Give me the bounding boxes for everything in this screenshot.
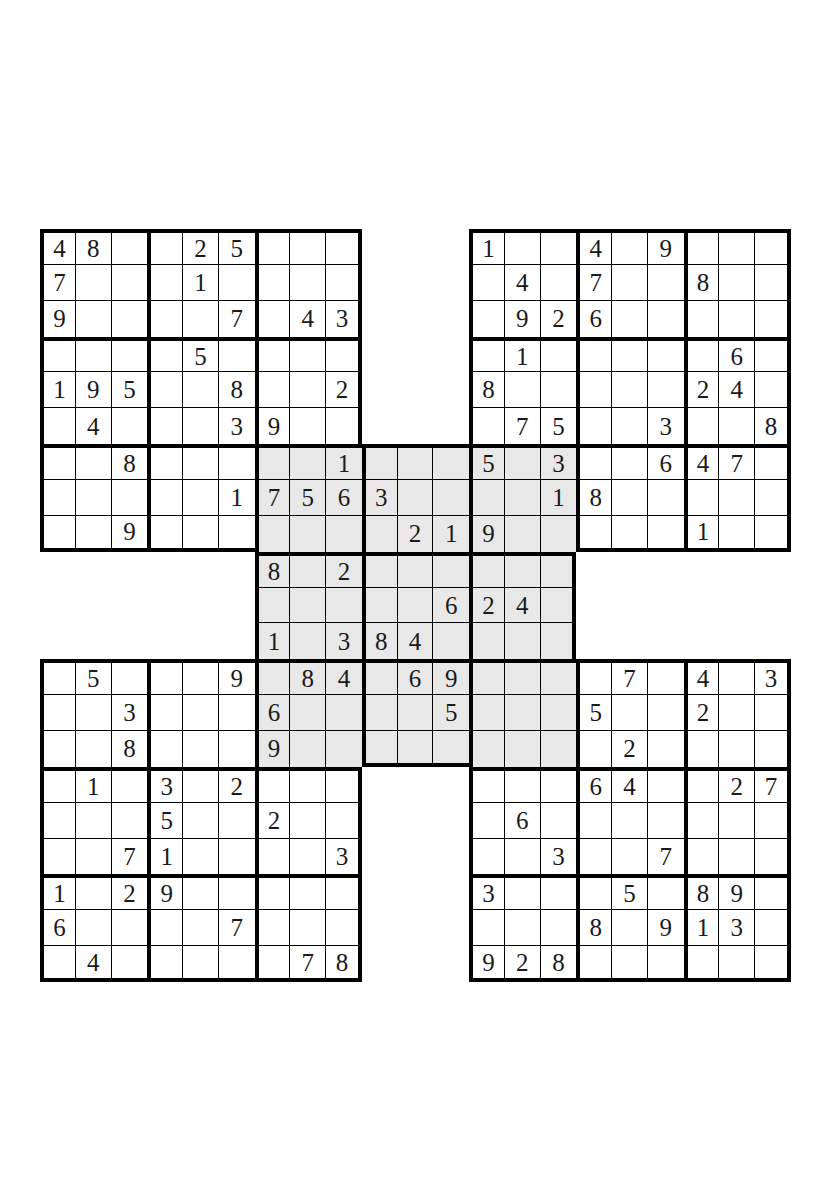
cell-r13c2[interactable]: 5	[76, 659, 112, 695]
cell-r4c2[interactable]	[76, 337, 112, 373]
cell-r6c21[interactable]: 8	[755, 408, 791, 444]
cell-r13c3[interactable]	[112, 659, 148, 695]
cell-r8c14[interactable]	[505, 480, 541, 516]
cell-r15c4[interactable]	[147, 731, 183, 767]
cell-r13c1[interactable]	[40, 659, 76, 695]
cell-r5c8[interactable]	[290, 372, 326, 408]
cell-r5c7[interactable]	[255, 372, 291, 408]
cell-r19c9[interactable]	[326, 874, 362, 910]
cell-r20c16[interactable]: 8	[576, 910, 612, 946]
cell-r17c19[interactable]	[684, 803, 720, 839]
cell-r19c16[interactable]	[576, 874, 612, 910]
cell-r4c16[interactable]	[576, 337, 612, 373]
cell-r21c21[interactable]	[755, 946, 791, 982]
cell-r1c15[interactable]	[541, 229, 577, 265]
cell-r9c14[interactable]	[505, 516, 541, 552]
cell-r15c11[interactable]	[398, 731, 434, 767]
cell-r18c6[interactable]	[219, 839, 255, 875]
cell-r1c18[interactable]: 9	[648, 229, 684, 265]
cell-r9c7[interactable]	[255, 516, 291, 552]
cell-r16c18[interactable]	[648, 767, 684, 803]
cell-r3c8[interactable]: 4	[290, 301, 326, 337]
cell-r2c2[interactable]	[76, 265, 112, 301]
cell-r19c19[interactable]: 8	[684, 874, 720, 910]
cell-r7c13[interactable]: 5	[469, 444, 505, 480]
cell-r11c15[interactable]	[541, 588, 577, 624]
cell-r7c3[interactable]: 8	[112, 444, 148, 480]
cell-r2c6[interactable]	[219, 265, 255, 301]
cell-r3c21[interactable]	[755, 301, 791, 337]
cell-r10c8[interactable]	[290, 552, 326, 588]
cell-r17c6[interactable]	[219, 803, 255, 839]
cell-r13c14[interactable]	[505, 659, 541, 695]
cell-r15c20[interactable]	[719, 731, 755, 767]
cell-r16c15[interactable]	[541, 767, 577, 803]
cell-r19c20[interactable]: 9	[719, 874, 755, 910]
cell-r11c10[interactable]	[362, 588, 398, 624]
cell-r14c21[interactable]	[755, 695, 791, 731]
cell-r14c19[interactable]: 2	[684, 695, 720, 731]
cell-r1c20[interactable]	[719, 229, 755, 265]
cell-r6c13[interactable]	[469, 408, 505, 444]
cell-r4c5[interactable]: 5	[183, 337, 219, 373]
cell-r16c14[interactable]	[505, 767, 541, 803]
cell-r7c9[interactable]: 1	[326, 444, 362, 480]
cell-r13c16[interactable]	[576, 659, 612, 695]
cell-r21c3[interactable]	[112, 946, 148, 982]
cell-r16c7[interactable]	[255, 767, 291, 803]
cell-r4c18[interactable]	[648, 337, 684, 373]
cell-r3c9[interactable]: 3	[326, 301, 362, 337]
cell-r5c15[interactable]	[541, 372, 577, 408]
cell-r1c1[interactable]: 4	[40, 229, 76, 265]
cell-r6c3[interactable]	[112, 408, 148, 444]
cell-r2c19[interactable]: 8	[684, 265, 720, 301]
cell-r8c15[interactable]: 1	[541, 480, 577, 516]
cell-r18c5[interactable]	[183, 839, 219, 875]
cell-r15c16[interactable]	[576, 731, 612, 767]
cell-r3c17[interactable]	[612, 301, 648, 337]
cell-r3c16[interactable]: 6	[576, 301, 612, 337]
cell-r9c13[interactable]: 9	[469, 516, 505, 552]
cell-r19c3[interactable]: 2	[112, 874, 148, 910]
cell-r7c1[interactable]	[40, 444, 76, 480]
cell-r13c8[interactable]: 8	[290, 659, 326, 695]
cell-r3c5[interactable]	[183, 301, 219, 337]
cell-r2c21[interactable]	[755, 265, 791, 301]
cell-r16c4[interactable]: 3	[147, 767, 183, 803]
cell-r1c8[interactable]	[290, 229, 326, 265]
cell-r4c8[interactable]	[290, 337, 326, 373]
cell-r19c7[interactable]	[255, 874, 291, 910]
cell-r20c18[interactable]: 9	[648, 910, 684, 946]
cell-r15c14[interactable]	[505, 731, 541, 767]
cell-r5c9[interactable]: 2	[326, 372, 362, 408]
cell-r3c20[interactable]	[719, 301, 755, 337]
cell-r15c8[interactable]	[290, 731, 326, 767]
cell-r15c1[interactable]	[40, 731, 76, 767]
cell-r14c10[interactable]	[362, 695, 398, 731]
cell-r18c3[interactable]: 7	[112, 839, 148, 875]
cell-r6c17[interactable]	[612, 408, 648, 444]
cell-r21c7[interactable]	[255, 946, 291, 982]
cell-r14c8[interactable]	[290, 695, 326, 731]
cell-r13c15[interactable]	[541, 659, 577, 695]
cell-r18c2[interactable]	[76, 839, 112, 875]
cell-r5c18[interactable]	[648, 372, 684, 408]
cell-r8c12[interactable]	[433, 480, 469, 516]
cell-r18c16[interactable]	[576, 839, 612, 875]
cell-r15c5[interactable]	[183, 731, 219, 767]
cell-r12c13[interactable]	[469, 623, 505, 659]
cell-r9c21[interactable]	[755, 516, 791, 552]
cell-r12c8[interactable]	[290, 623, 326, 659]
cell-r13c5[interactable]	[183, 659, 219, 695]
cell-r1c16[interactable]: 4	[576, 229, 612, 265]
cell-r7c16[interactable]	[576, 444, 612, 480]
cell-r2c7[interactable]	[255, 265, 291, 301]
cell-r1c6[interactable]: 5	[219, 229, 255, 265]
cell-r16c8[interactable]	[290, 767, 326, 803]
cell-r12c10[interactable]: 8	[362, 623, 398, 659]
cell-r6c16[interactable]	[576, 408, 612, 444]
cell-r5c5[interactable]	[183, 372, 219, 408]
cell-r21c15[interactable]: 8	[541, 946, 577, 982]
cell-r18c7[interactable]	[255, 839, 291, 875]
cell-r8c8[interactable]: 5	[290, 480, 326, 516]
cell-r11c7[interactable]	[255, 588, 291, 624]
cell-r12c14[interactable]	[505, 623, 541, 659]
cell-r7c11[interactable]	[398, 444, 434, 480]
cell-r15c10[interactable]	[362, 731, 398, 767]
cell-r2c20[interactable]	[719, 265, 755, 301]
cell-r16c17[interactable]: 4	[612, 767, 648, 803]
cell-r7c21[interactable]	[755, 444, 791, 480]
cell-r4c9[interactable]	[326, 337, 362, 373]
cell-r5c17[interactable]	[612, 372, 648, 408]
cell-r20c3[interactable]	[112, 910, 148, 946]
cell-r13c9[interactable]: 4	[326, 659, 362, 695]
cell-r5c16[interactable]	[576, 372, 612, 408]
cell-r3c3[interactable]	[112, 301, 148, 337]
cell-r21c20[interactable]	[719, 946, 755, 982]
cell-r10c7[interactable]: 8	[255, 552, 291, 588]
cell-r6c7[interactable]: 9	[255, 408, 291, 444]
cell-r6c2[interactable]: 4	[76, 408, 112, 444]
cell-r13c11[interactable]: 6	[398, 659, 434, 695]
cell-r14c4[interactable]	[147, 695, 183, 731]
cell-r15c12[interactable]	[433, 731, 469, 767]
cell-r9c8[interactable]	[290, 516, 326, 552]
cell-r14c18[interactable]	[648, 695, 684, 731]
cell-r17c18[interactable]	[648, 803, 684, 839]
cell-r2c15[interactable]	[541, 265, 577, 301]
cell-r15c9[interactable]	[326, 731, 362, 767]
cell-r3c4[interactable]	[147, 301, 183, 337]
cell-r14c9[interactable]	[326, 695, 362, 731]
cell-r8c21[interactable]	[755, 480, 791, 516]
cell-r9c2[interactable]	[76, 516, 112, 552]
cell-r16c2[interactable]: 1	[76, 767, 112, 803]
cell-r8c9[interactable]: 6	[326, 480, 362, 516]
cell-r20c20[interactable]: 3	[719, 910, 755, 946]
cell-r10c9[interactable]: 2	[326, 552, 362, 588]
cell-r9c3[interactable]: 9	[112, 516, 148, 552]
cell-r9c1[interactable]	[40, 516, 76, 552]
cell-r4c17[interactable]	[612, 337, 648, 373]
cell-r14c2[interactable]	[76, 695, 112, 731]
cell-r20c7[interactable]	[255, 910, 291, 946]
cell-r4c21[interactable]	[755, 337, 791, 373]
cell-r8c6[interactable]: 1	[219, 480, 255, 516]
cell-r7c5[interactable]	[183, 444, 219, 480]
cell-r15c13[interactable]	[469, 731, 505, 767]
cell-r2c8[interactable]	[290, 265, 326, 301]
cell-r17c14[interactable]: 6	[505, 803, 541, 839]
cell-r8c20[interactable]	[719, 480, 755, 516]
cell-r7c14[interactable]	[505, 444, 541, 480]
cell-r1c13[interactable]: 1	[469, 229, 505, 265]
cell-r9c18[interactable]	[648, 516, 684, 552]
cell-r12c12[interactable]	[433, 623, 469, 659]
cell-r18c20[interactable]	[719, 839, 755, 875]
cell-r21c18[interactable]	[648, 946, 684, 982]
cell-r13c19[interactable]: 4	[684, 659, 720, 695]
cell-r8c18[interactable]	[648, 480, 684, 516]
cell-r7c15[interactable]: 3	[541, 444, 577, 480]
cell-r18c19[interactable]	[684, 839, 720, 875]
cell-r15c19[interactable]	[684, 731, 720, 767]
cell-r20c14[interactable]	[505, 910, 541, 946]
cell-r7c17[interactable]	[612, 444, 648, 480]
cell-r21c19[interactable]	[684, 946, 720, 982]
cell-r1c14[interactable]	[505, 229, 541, 265]
cell-r18c4[interactable]: 1	[147, 839, 183, 875]
cell-r3c1[interactable]: 9	[40, 301, 76, 337]
cell-r4c4[interactable]	[147, 337, 183, 373]
cell-r20c4[interactable]	[147, 910, 183, 946]
cell-r15c21[interactable]	[755, 731, 791, 767]
cell-r19c14[interactable]	[505, 874, 541, 910]
cell-r6c1[interactable]	[40, 408, 76, 444]
cell-r16c9[interactable]	[326, 767, 362, 803]
cell-r16c6[interactable]: 2	[219, 767, 255, 803]
cell-r10c10[interactable]	[362, 552, 398, 588]
cell-r20c9[interactable]	[326, 910, 362, 946]
cell-r3c19[interactable]	[684, 301, 720, 337]
cell-r6c18[interactable]: 3	[648, 408, 684, 444]
cell-r1c4[interactable]	[147, 229, 183, 265]
cell-r4c6[interactable]	[219, 337, 255, 373]
cell-r5c1[interactable]: 1	[40, 372, 76, 408]
cell-r5c13[interactable]: 8	[469, 372, 505, 408]
cell-r15c7[interactable]: 9	[255, 731, 291, 767]
cell-r13c20[interactable]	[719, 659, 755, 695]
cell-r17c20[interactable]	[719, 803, 755, 839]
cell-r8c5[interactable]	[183, 480, 219, 516]
cell-r18c15[interactable]: 3	[541, 839, 577, 875]
cell-r14c3[interactable]: 3	[112, 695, 148, 731]
cell-r9c20[interactable]	[719, 516, 755, 552]
cell-r15c17[interactable]: 2	[612, 731, 648, 767]
cell-r20c15[interactable]	[541, 910, 577, 946]
cell-r14c5[interactable]	[183, 695, 219, 731]
cell-r7c8[interactable]	[290, 444, 326, 480]
cell-r6c15[interactable]: 5	[541, 408, 577, 444]
cell-r7c20[interactable]: 7	[719, 444, 755, 480]
cell-r1c2[interactable]: 8	[76, 229, 112, 265]
cell-r13c17[interactable]: 7	[612, 659, 648, 695]
cell-r17c13[interactable]	[469, 803, 505, 839]
cell-r16c16[interactable]: 6	[576, 767, 612, 803]
cell-r1c17[interactable]	[612, 229, 648, 265]
cell-r9c10[interactable]	[362, 516, 398, 552]
cell-r19c2[interactable]	[76, 874, 112, 910]
cell-r21c8[interactable]: 7	[290, 946, 326, 982]
cell-r4c7[interactable]	[255, 337, 291, 373]
cell-r3c18[interactable]	[648, 301, 684, 337]
cell-r17c3[interactable]	[112, 803, 148, 839]
cell-r10c11[interactable]	[398, 552, 434, 588]
cell-r2c1[interactable]: 7	[40, 265, 76, 301]
cell-r6c6[interactable]: 3	[219, 408, 255, 444]
cell-r13c6[interactable]: 9	[219, 659, 255, 695]
cell-r18c21[interactable]	[755, 839, 791, 875]
cell-r16c13[interactable]	[469, 767, 505, 803]
cell-r14c11[interactable]	[398, 695, 434, 731]
cell-r8c1[interactable]	[40, 480, 76, 516]
cell-r4c13[interactable]	[469, 337, 505, 373]
cell-r5c2[interactable]: 9	[76, 372, 112, 408]
cell-r11c9[interactable]	[326, 588, 362, 624]
cell-r6c19[interactable]	[684, 408, 720, 444]
cell-r5c21[interactable]	[755, 372, 791, 408]
cell-r9c4[interactable]	[147, 516, 183, 552]
cell-r4c3[interactable]	[112, 337, 148, 373]
cell-r10c13[interactable]	[469, 552, 505, 588]
cell-r9c19[interactable]: 1	[684, 516, 720, 552]
cell-r3c14[interactable]: 9	[505, 301, 541, 337]
cell-r12c11[interactable]: 4	[398, 623, 434, 659]
cell-r14c12[interactable]: 5	[433, 695, 469, 731]
cell-r5c19[interactable]: 2	[684, 372, 720, 408]
cell-r13c4[interactable]	[147, 659, 183, 695]
cell-r10c15[interactable]	[541, 552, 577, 588]
cell-r7c7[interactable]	[255, 444, 291, 480]
cell-r17c2[interactable]	[76, 803, 112, 839]
cell-r15c15[interactable]	[541, 731, 577, 767]
cell-r14c16[interactable]: 5	[576, 695, 612, 731]
cell-r15c2[interactable]	[76, 731, 112, 767]
cell-r13c21[interactable]: 3	[755, 659, 791, 695]
cell-r4c15[interactable]	[541, 337, 577, 373]
cell-r11c12[interactable]: 6	[433, 588, 469, 624]
cell-r13c18[interactable]	[648, 659, 684, 695]
cell-r18c17[interactable]	[612, 839, 648, 875]
cell-r9c17[interactable]	[612, 516, 648, 552]
cell-r1c3[interactable]	[112, 229, 148, 265]
cell-r17c1[interactable]	[40, 803, 76, 839]
cell-r5c3[interactable]: 5	[112, 372, 148, 408]
cell-r18c8[interactable]	[290, 839, 326, 875]
cell-r2c17[interactable]	[612, 265, 648, 301]
cell-r5c6[interactable]: 8	[219, 372, 255, 408]
cell-r21c4[interactable]	[147, 946, 183, 982]
cell-r18c1[interactable]	[40, 839, 76, 875]
cell-r9c6[interactable]	[219, 516, 255, 552]
cell-r10c14[interactable]	[505, 552, 541, 588]
cell-r14c14[interactable]	[505, 695, 541, 731]
cell-r16c21[interactable]: 7	[755, 767, 791, 803]
cell-r5c14[interactable]	[505, 372, 541, 408]
cell-r17c7[interactable]: 2	[255, 803, 291, 839]
cell-r7c6[interactable]	[219, 444, 255, 480]
cell-r9c12[interactable]: 1	[433, 516, 469, 552]
cell-r9c9[interactable]	[326, 516, 362, 552]
cell-r19c15[interactable]	[541, 874, 577, 910]
cell-r1c7[interactable]	[255, 229, 291, 265]
cell-r7c12[interactable]	[433, 444, 469, 480]
cell-r14c1[interactable]	[40, 695, 76, 731]
cell-r2c18[interactable]	[648, 265, 684, 301]
cell-r9c11[interactable]: 2	[398, 516, 434, 552]
cell-r8c2[interactable]	[76, 480, 112, 516]
cell-r3c7[interactable]	[255, 301, 291, 337]
cell-r15c6[interactable]	[219, 731, 255, 767]
cell-r3c13[interactable]	[469, 301, 505, 337]
cell-r2c9[interactable]	[326, 265, 362, 301]
cell-r9c16[interactable]	[576, 516, 612, 552]
cell-r18c9[interactable]: 3	[326, 839, 362, 875]
cell-r6c4[interactable]	[147, 408, 183, 444]
cell-r3c6[interactable]: 7	[219, 301, 255, 337]
cell-r10c12[interactable]	[433, 552, 469, 588]
cell-r14c6[interactable]	[219, 695, 255, 731]
cell-r2c14[interactable]: 4	[505, 265, 541, 301]
cell-r19c4[interactable]: 9	[147, 874, 183, 910]
cell-r16c3[interactable]	[112, 767, 148, 803]
cell-r12c15[interactable]	[541, 623, 577, 659]
cell-r19c18[interactable]	[648, 874, 684, 910]
cell-r9c5[interactable]	[183, 516, 219, 552]
cell-r17c8[interactable]	[290, 803, 326, 839]
cell-r16c1[interactable]	[40, 767, 76, 803]
cell-r19c8[interactable]	[290, 874, 326, 910]
cell-r21c17[interactable]	[612, 946, 648, 982]
cell-r14c15[interactable]	[541, 695, 577, 731]
cell-r15c18[interactable]	[648, 731, 684, 767]
cell-r6c9[interactable]	[326, 408, 362, 444]
cell-r20c6[interactable]: 7	[219, 910, 255, 946]
cell-r13c7[interactable]	[255, 659, 291, 695]
cell-r2c5[interactable]: 1	[183, 265, 219, 301]
cell-r8c3[interactable]	[112, 480, 148, 516]
cell-r21c16[interactable]	[576, 946, 612, 982]
cell-r7c10[interactable]	[362, 444, 398, 480]
cell-r21c14[interactable]: 2	[505, 946, 541, 982]
cell-r18c18[interactable]: 7	[648, 839, 684, 875]
cell-r20c17[interactable]	[612, 910, 648, 946]
cell-r21c5[interactable]	[183, 946, 219, 982]
cell-r7c2[interactable]	[76, 444, 112, 480]
cell-r4c19[interactable]	[684, 337, 720, 373]
cell-r8c13[interactable]	[469, 480, 505, 516]
cell-r3c2[interactable]	[76, 301, 112, 337]
cell-r17c15[interactable]	[541, 803, 577, 839]
cell-r21c13[interactable]: 9	[469, 946, 505, 982]
cell-r17c4[interactable]: 5	[147, 803, 183, 839]
cell-r14c7[interactable]: 6	[255, 695, 291, 731]
